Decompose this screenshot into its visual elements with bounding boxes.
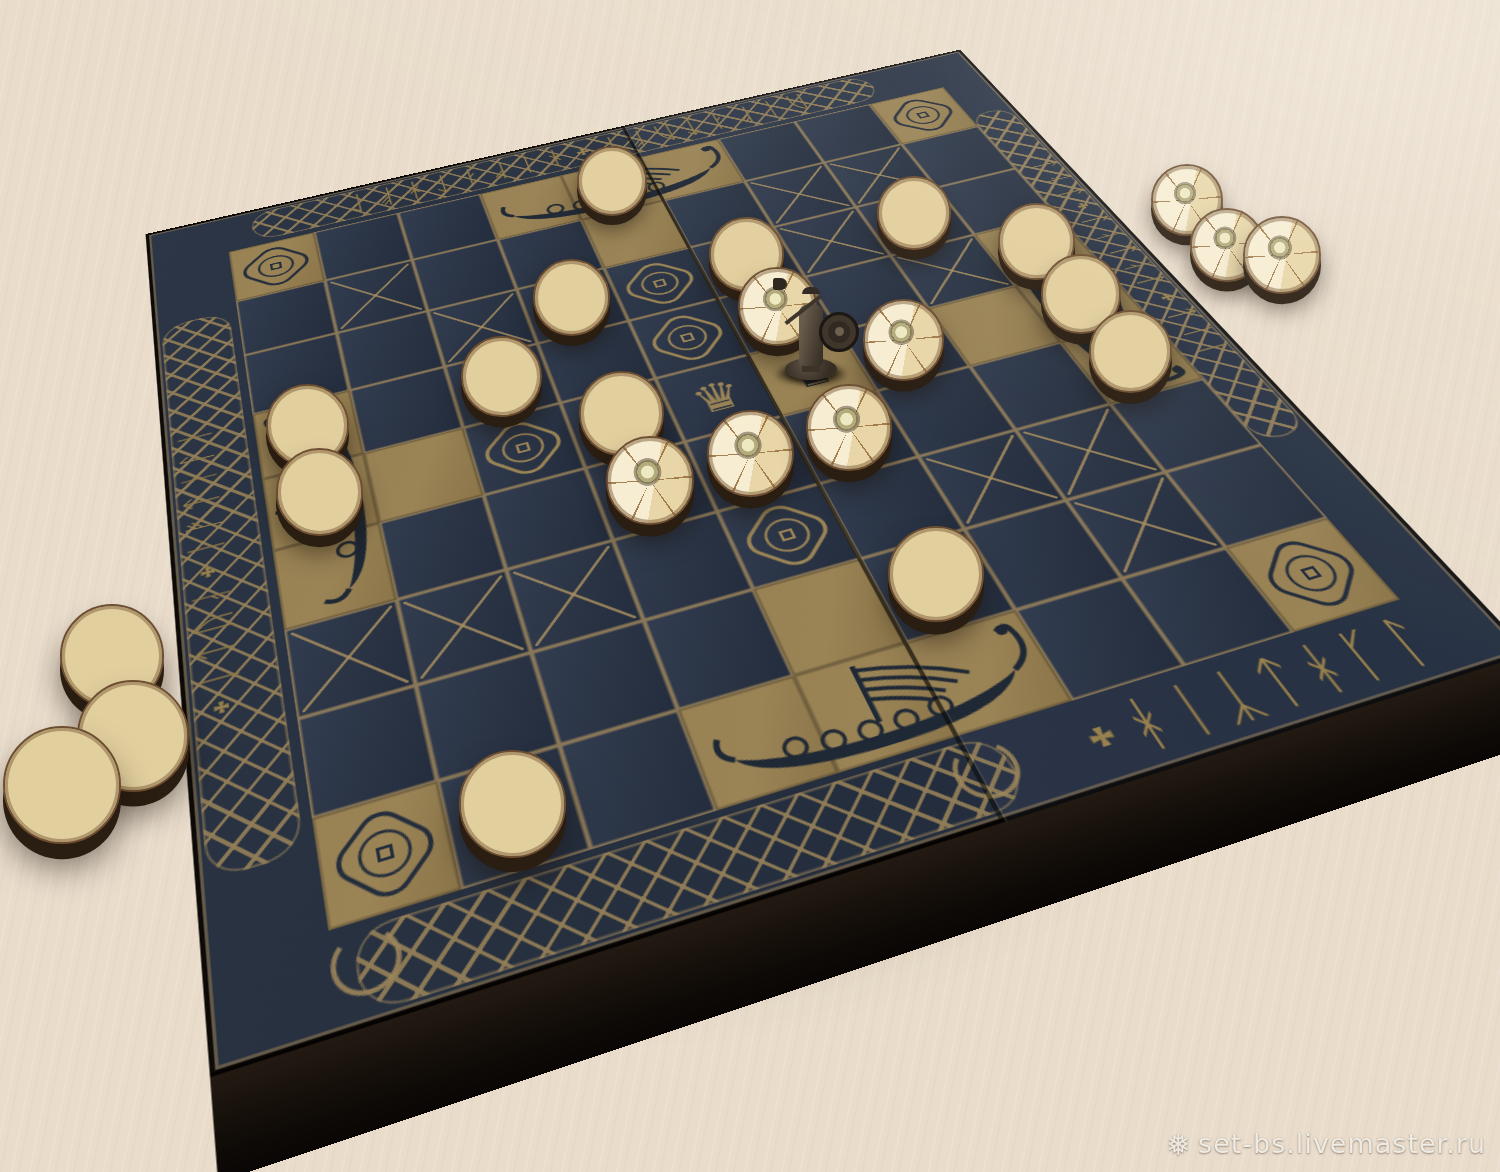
tafl-board[interactable]: ᚢᛁᚠᛆᛏᚢᚠᛚ᛭ᚼᛁᚠᛆᛏᚼᚠᛚ ᛭ᛁᛏᚢᛆ᛭ᛁᚠᛏᛆᛚᛁ ᛚᛆᛏ᛭ᛚᛆᛏᛆᛚ… bbox=[146, 50, 1500, 1078]
scene: { "game": "Hnefatafl (Tablut 9x9) — viki… bbox=[0, 0, 1500, 1172]
defender-piece-d6[interactable] bbox=[606, 436, 695, 525]
king-figure[interactable] bbox=[763, 236, 859, 386]
attacker-piece-c4[interactable] bbox=[461, 336, 542, 417]
defender-piece-g5[interactable] bbox=[863, 299, 945, 381]
attacker-piece-f8[interactable] bbox=[888, 526, 984, 622]
celtic-knot-icon bbox=[236, 244, 315, 288]
attacker-piece-e1[interactable] bbox=[577, 146, 647, 216]
captured-attacker-3[interactable] bbox=[3, 726, 121, 844]
defender-piece-f6[interactable] bbox=[806, 384, 893, 471]
snowflake-icon: ❅ bbox=[1166, 1127, 1192, 1162]
watermark-text: set-bs.livemaster.ru bbox=[1198, 1128, 1486, 1159]
watermark: ❅set-bs.livemaster.ru bbox=[1166, 1127, 1486, 1162]
celtic-knot-icon bbox=[620, 260, 699, 307]
captured-defender-3[interactable] bbox=[1243, 216, 1321, 294]
celtic-knot-icon bbox=[646, 312, 729, 363]
attacker-piece-a5[interactable] bbox=[276, 448, 363, 535]
king-helmet-icon bbox=[802, 287, 820, 294]
celtic-knot-icon bbox=[478, 418, 568, 478]
celtic-knot-icon bbox=[740, 501, 835, 570]
attacker-piece-h3[interactable] bbox=[877, 176, 951, 250]
attacker-piece-d3[interactable] bbox=[533, 259, 610, 336]
attacker-piece-b9[interactable] bbox=[459, 750, 567, 858]
defender-piece-e6[interactable] bbox=[707, 410, 795, 498]
celtic-knot-icon bbox=[889, 97, 957, 133]
celtic-knot-icon bbox=[326, 805, 443, 905]
celtic-knot-icon bbox=[1264, 536, 1358, 611]
king-axe-head-icon bbox=[773, 278, 787, 290]
